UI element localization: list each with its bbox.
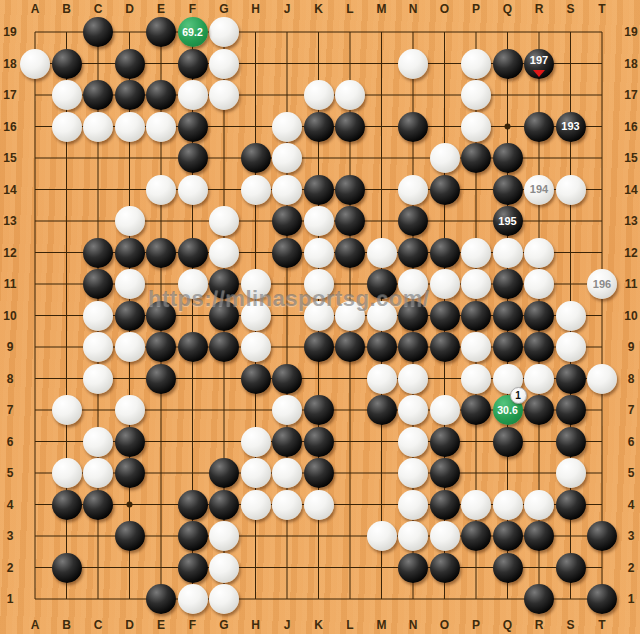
stone-white-D9 (115, 332, 145, 362)
stone-white-L17 (335, 80, 365, 110)
stone-black-O4 (430, 490, 460, 520)
coord-left-17: 17 (3, 89, 16, 101)
stone-black-G4 (209, 490, 239, 520)
stone-black-O9 (430, 332, 460, 362)
go-board-app: AABBCCDDEEFFGGHHJJKKLLMMNNOOPPQQRRSSTT19… (0, 0, 640, 634)
stone-white-B5 (52, 458, 82, 488)
stone-black-Q9 (493, 332, 523, 362)
stone-black-C4 (83, 490, 113, 520)
stone-white-Q4 (493, 490, 523, 520)
coord-bottom-K: K (314, 619, 323, 631)
coord-right-2: 2 (628, 562, 635, 574)
stone-white-C5 (83, 458, 113, 488)
stone-black-C19 (83, 17, 113, 47)
stone-black-Q11 (493, 269, 523, 299)
stone-black-J13 (272, 206, 302, 236)
coord-top-D: D (125, 3, 134, 15)
stone-white-D7 (115, 395, 145, 425)
move-label-193: 193 (561, 121, 579, 132)
coord-right-3: 3 (628, 530, 635, 542)
move-label-197: 197 (530, 55, 548, 66)
stone-white-O3 (430, 521, 460, 551)
stone-black-Q3 (493, 521, 523, 551)
stone-white-R4 (524, 490, 554, 520)
stone-black-F12 (178, 238, 208, 268)
stone-black-R7 (524, 395, 554, 425)
coord-left-18: 18 (3, 58, 16, 70)
stone-black-G5 (209, 458, 239, 488)
coord-right-5: 5 (628, 467, 635, 479)
stone-black-D3 (115, 521, 145, 551)
stone-black-N16 (398, 112, 428, 142)
suggestion-badge-1: 1 (510, 387, 527, 404)
stone-black-R1 (524, 584, 554, 614)
stone-black-G9 (209, 332, 239, 362)
stone-white-S9 (556, 332, 586, 362)
stone-black-H15 (241, 143, 271, 173)
stone-white-H5 (241, 458, 271, 488)
stone-black-L12 (335, 238, 365, 268)
stone-black-Q15 (493, 143, 523, 173)
stone-white-N7 (398, 395, 428, 425)
stone-black-D18 (115, 49, 145, 79)
stone-white-K17 (304, 80, 334, 110)
coord-right-17: 17 (624, 89, 637, 101)
stone-black-T1 (587, 584, 617, 614)
stone-black-K9 (304, 332, 334, 362)
stone-black-F2 (178, 553, 208, 583)
stone-black-E1 (146, 584, 176, 614)
coord-top-H: H (251, 3, 260, 15)
stone-white-H9 (241, 332, 271, 362)
stone-black-J8 (272, 364, 302, 394)
stone-black-R18: 197 (524, 49, 554, 79)
coord-left-1: 1 (7, 593, 14, 605)
stone-white-F1 (178, 584, 208, 614)
stone-black-O14 (430, 175, 460, 205)
coord-bottom-H: H (251, 619, 260, 631)
coord-top-J: J (284, 3, 291, 15)
stone-black-N9 (398, 332, 428, 362)
stone-black-K14 (304, 175, 334, 205)
stone-black-Q6 (493, 427, 523, 457)
watermark-text: https://mlinasportsg.com/ (148, 286, 478, 312)
coord-right-8: 8 (628, 373, 635, 385)
coord-left-5: 5 (7, 467, 14, 479)
stone-black-E17 (146, 80, 176, 110)
stone-black-C12 (83, 238, 113, 268)
stone-black-P15 (461, 143, 491, 173)
stone-black-K7 (304, 395, 334, 425)
stone-white-N5 (398, 458, 428, 488)
coord-bottom-L: L (346, 619, 353, 631)
coord-top-R: R (535, 3, 544, 15)
coord-top-K: K (314, 3, 323, 15)
stone-white-C16 (83, 112, 113, 142)
coord-left-8: 8 (7, 373, 14, 385)
stone-black-E12 (146, 238, 176, 268)
coord-right-18: 18 (624, 58, 637, 70)
coord-bottom-N: N (409, 619, 418, 631)
stone-white-C6 (83, 427, 113, 457)
stone-black-R16 (524, 112, 554, 142)
stone-black-N13 (398, 206, 428, 236)
coord-bottom-A: A (31, 619, 40, 631)
stone-white-N3 (398, 521, 428, 551)
stone-black-L13 (335, 206, 365, 236)
coord-left-15: 15 (3, 152, 16, 164)
stone-white-M3 (367, 521, 397, 551)
stone-white-N4 (398, 490, 428, 520)
stone-black-F9 (178, 332, 208, 362)
coord-bottom-E: E (157, 619, 165, 631)
stone-white-M8 (367, 364, 397, 394)
coord-right-7: 7 (628, 404, 635, 416)
stone-white-G1 (209, 584, 239, 614)
coord-left-2: 2 (7, 562, 14, 574)
stone-black-D5 (115, 458, 145, 488)
coord-bottom-G: G (219, 619, 228, 631)
coord-bottom-T: T (598, 619, 605, 631)
stone-black-Q10 (493, 301, 523, 331)
coord-left-12: 12 (3, 247, 16, 259)
coord-bottom-F: F (189, 619, 196, 631)
coord-top-F: F (189, 3, 196, 15)
stone-white-H14 (241, 175, 271, 205)
move-label-194: 194 (530, 184, 548, 195)
coord-bottom-S: S (566, 619, 574, 631)
stone-white-P16 (461, 112, 491, 142)
coord-top-E: E (157, 3, 165, 15)
stone-black-M7 (367, 395, 397, 425)
move-label-196: 196 (593, 279, 611, 290)
stone-black-B18 (52, 49, 82, 79)
star-point-Q16 (505, 124, 511, 130)
stone-black-S8 (556, 364, 586, 394)
stone-white-J15 (272, 143, 302, 173)
stone-white-H4 (241, 490, 271, 520)
stone-black-O6 (430, 427, 460, 457)
coord-left-11: 11 (4, 278, 17, 290)
coord-bottom-Q: Q (503, 619, 512, 631)
stone-black-O12 (430, 238, 460, 268)
stone-white-G3 (209, 521, 239, 551)
stone-black-E9 (146, 332, 176, 362)
stone-white-J14 (272, 175, 302, 205)
coord-top-T: T (598, 3, 605, 15)
stone-white-P9 (461, 332, 491, 362)
coord-right-16: 16 (624, 121, 637, 133)
stone-black-F18 (178, 49, 208, 79)
stone-black-N2 (398, 553, 428, 583)
stone-black-F16 (178, 112, 208, 142)
suggestion-winrate-F19: 69.2 (182, 27, 202, 38)
stone-white-G2 (209, 553, 239, 583)
coord-top-P: P (472, 3, 480, 15)
stone-white-G18 (209, 49, 239, 79)
coord-left-6: 6 (7, 436, 14, 448)
stone-white-D13 (115, 206, 145, 236)
stone-white-K13 (304, 206, 334, 236)
stone-white-R12 (524, 238, 554, 268)
stone-black-C11 (83, 269, 113, 299)
stone-black-H8 (241, 364, 271, 394)
stone-white-F17 (178, 80, 208, 110)
coord-bottom-C: C (94, 619, 103, 631)
stone-black-Q18 (493, 49, 523, 79)
stone-black-F15 (178, 143, 208, 173)
stone-black-S4 (556, 490, 586, 520)
stone-black-M9 (367, 332, 397, 362)
stone-white-J5 (272, 458, 302, 488)
stone-white-N8 (398, 364, 428, 394)
coord-top-L: L (346, 3, 353, 15)
stone-black-K6 (304, 427, 334, 457)
stone-white-K4 (304, 490, 334, 520)
stone-black-O2 (430, 553, 460, 583)
coord-right-9: 9 (628, 341, 635, 353)
stone-black-F3 (178, 521, 208, 551)
stone-white-B16 (52, 112, 82, 142)
stone-white-D11 (115, 269, 145, 299)
coord-bottom-D: D (125, 619, 134, 631)
stone-black-B4 (52, 490, 82, 520)
coord-left-3: 3 (7, 530, 14, 542)
stone-black-J12 (272, 238, 302, 268)
stone-black-L9 (335, 332, 365, 362)
move-label-195: 195 (498, 216, 516, 227)
stone-white-P12 (461, 238, 491, 268)
stone-black-D17 (115, 80, 145, 110)
stone-black-E8 (146, 364, 176, 394)
stone-black-R3 (524, 521, 554, 551)
coord-left-4: 4 (7, 499, 14, 511)
stone-white-G12 (209, 238, 239, 268)
stone-white-J7 (272, 395, 302, 425)
stone-black-E19 (146, 17, 176, 47)
stone-white-J16 (272, 112, 302, 142)
coord-bottom-M: M (377, 619, 387, 631)
stone-black-S2 (556, 553, 586, 583)
stone-white-H6 (241, 427, 271, 457)
coord-right-10: 10 (624, 310, 637, 322)
stone-white-O15 (430, 143, 460, 173)
stone-white-P18 (461, 49, 491, 79)
last-move-red-triangle-icon (533, 70, 545, 77)
stone-white-M12 (367, 238, 397, 268)
coord-left-10: 10 (3, 310, 16, 322)
coord-top-G: G (219, 3, 228, 15)
stone-white-C8 (83, 364, 113, 394)
stone-white-C10 (83, 301, 113, 331)
stone-white-G19 (209, 17, 239, 47)
coord-left-14: 14 (3, 184, 16, 196)
coord-top-M: M (377, 3, 387, 15)
suggestion-stone-F19[interactable]: 69.2 (178, 17, 208, 47)
stone-black-D10 (115, 301, 145, 331)
stone-black-K16 (304, 112, 334, 142)
stone-white-B7 (52, 395, 82, 425)
stone-white-D16 (115, 112, 145, 142)
coord-right-13: 13 (624, 215, 637, 227)
coord-left-7: 7 (7, 404, 14, 416)
stone-black-B2 (52, 553, 82, 583)
stone-black-D6 (115, 427, 145, 457)
stone-black-S6 (556, 427, 586, 457)
coord-left-13: 13 (3, 215, 16, 227)
stone-white-N14 (398, 175, 428, 205)
stone-black-J6 (272, 427, 302, 457)
coord-top-C: C (94, 3, 103, 15)
coord-right-1: 1 (628, 593, 635, 605)
coord-bottom-B: B (62, 619, 71, 631)
stone-black-K5 (304, 458, 334, 488)
coord-top-A: A (31, 3, 40, 15)
stone-black-L14 (335, 175, 365, 205)
stone-white-R14: 194 (524, 175, 554, 205)
stone-white-S14 (556, 175, 586, 205)
coord-left-16: 16 (3, 121, 16, 133)
coord-bottom-P: P (472, 619, 480, 631)
coord-right-15: 15 (624, 152, 637, 164)
stone-white-S5 (556, 458, 586, 488)
coord-bottom-R: R (535, 619, 544, 631)
stone-black-O5 (430, 458, 460, 488)
stone-black-S16: 193 (556, 112, 586, 142)
coord-bottom-O: O (440, 619, 449, 631)
stone-white-Q12 (493, 238, 523, 268)
stone-white-G17 (209, 80, 239, 110)
stone-black-Q2 (493, 553, 523, 583)
suggestion-winrate-Q7: 30.6 (497, 405, 517, 416)
stone-white-P8 (461, 364, 491, 394)
stone-black-C17 (83, 80, 113, 110)
coord-right-12: 12 (624, 247, 637, 259)
coord-top-Q: Q (503, 3, 512, 15)
coord-right-6: 6 (628, 436, 635, 448)
stone-black-F4 (178, 490, 208, 520)
coord-top-S: S (566, 3, 574, 15)
stone-black-D12 (115, 238, 145, 268)
stone-white-P17 (461, 80, 491, 110)
stone-white-R8 (524, 364, 554, 394)
stone-white-F14 (178, 175, 208, 205)
stone-black-P7 (461, 395, 491, 425)
star-point-D4 (127, 502, 133, 508)
stone-white-O7 (430, 395, 460, 425)
coord-top-O: O (440, 3, 449, 15)
coord-top-N: N (409, 3, 418, 15)
stone-white-B17 (52, 80, 82, 110)
stone-white-N18 (398, 49, 428, 79)
coord-right-11: 11 (625, 278, 638, 290)
stone-white-P4 (461, 490, 491, 520)
coord-top-B: B (62, 3, 71, 15)
stone-white-N6 (398, 427, 428, 457)
stone-white-T8 (587, 364, 617, 394)
stone-black-Q13: 195 (493, 206, 523, 236)
coord-left-9: 9 (7, 341, 14, 353)
coord-right-19: 19 (624, 26, 637, 38)
coord-right-4: 4 (628, 499, 635, 511)
stone-black-Q14 (493, 175, 523, 205)
stone-black-R10 (524, 301, 554, 331)
stone-black-R9 (524, 332, 554, 362)
stone-white-J4 (272, 490, 302, 520)
coord-bottom-J: J (284, 619, 291, 631)
stone-white-T11: 196 (587, 269, 617, 299)
stone-white-C9 (83, 332, 113, 362)
stone-black-P3 (461, 521, 491, 551)
stone-white-R11 (524, 269, 554, 299)
stone-black-S7 (556, 395, 586, 425)
stone-white-E16 (146, 112, 176, 142)
stone-white-G13 (209, 206, 239, 236)
coord-left-19: 19 (3, 26, 16, 38)
stone-white-S10 (556, 301, 586, 331)
stone-white-K12 (304, 238, 334, 268)
stone-black-N12 (398, 238, 428, 268)
stone-black-T3 (587, 521, 617, 551)
stone-white-E14 (146, 175, 176, 205)
stone-black-L16 (335, 112, 365, 142)
stone-white-A18 (20, 49, 50, 79)
coord-right-14: 14 (624, 184, 637, 196)
